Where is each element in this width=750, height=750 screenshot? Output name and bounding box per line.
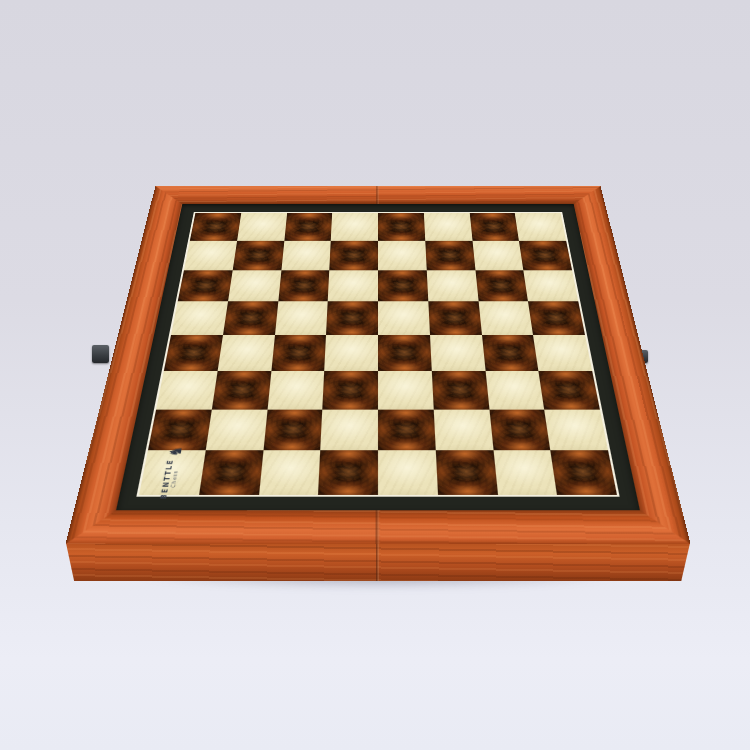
- chess-board: BENTTLE Chess ♞: [65, 186, 690, 544]
- board-front-edge: [66, 543, 690, 581]
- square-r1-c5: [378, 213, 425, 241]
- square-r2-c8: [519, 241, 572, 270]
- square-r3-c7: [475, 270, 528, 301]
- fold-seam-bottom: [376, 510, 380, 544]
- square-r3-c5: [378, 270, 428, 301]
- square-r7-c8: [544, 409, 608, 450]
- square-r1-c2: [237, 213, 287, 241]
- square-r3-c1: [178, 270, 233, 301]
- square-r6-c7: [485, 371, 544, 409]
- square-r4-c4: [326, 301, 378, 335]
- fold-seam-top: [376, 186, 379, 204]
- fold-seam-front: [376, 543, 379, 581]
- square-r5-c2: [217, 335, 274, 371]
- product-photo: BENTTLE Chess ♞: [0, 0, 750, 750]
- playing-surface: BENTTLE Chess ♞: [136, 212, 619, 497]
- square-r4-c5: [378, 301, 430, 335]
- square-r8-c8: [551, 450, 617, 494]
- square-r3-c4: [328, 270, 378, 301]
- square-r3-c3: [278, 270, 330, 301]
- square-r8-c5: [378, 450, 438, 494]
- square-r2-c7: [472, 241, 523, 270]
- square-r7-c7: [489, 409, 551, 450]
- square-r2-c1: [184, 241, 237, 270]
- square-r6-c4: [323, 371, 378, 409]
- square-r1-c1: [190, 213, 241, 241]
- frame-top-rail: [151, 186, 605, 204]
- square-r4-c3: [275, 301, 328, 335]
- square-r4-c7: [478, 301, 533, 335]
- frame-bottom-rail: [65, 510, 690, 544]
- square-r7-c1: [148, 409, 212, 450]
- square-r2-c5: [378, 241, 427, 270]
- square-r6-c3: [267, 371, 324, 409]
- square-r6-c2: [212, 371, 271, 409]
- square-r6-c1: [156, 371, 217, 409]
- square-r7-c5: [378, 409, 436, 450]
- square-r5-c3: [271, 335, 326, 371]
- square-r7-c3: [263, 409, 323, 450]
- square-r2-c3: [281, 241, 331, 270]
- square-r5-c7: [482, 335, 539, 371]
- square-r1-c6: [424, 213, 472, 241]
- square-r1-c8: [515, 213, 566, 241]
- square-r3-c2: [228, 270, 281, 301]
- square-r1-c3: [284, 213, 332, 241]
- square-r8-c1: [139, 450, 205, 494]
- square-r4-c1: [171, 301, 228, 335]
- square-r8-c7: [493, 450, 557, 494]
- square-r2-c4: [329, 241, 378, 270]
- square-r5-c5: [378, 335, 432, 371]
- square-r8-c4: [318, 450, 378, 494]
- square-r7-c6: [433, 409, 493, 450]
- square-r2-c2: [232, 241, 283, 270]
- square-r8-c3: [259, 450, 321, 494]
- square-r5-c4: [324, 335, 378, 371]
- square-r4-c6: [428, 301, 481, 335]
- square-r4-c2: [223, 301, 278, 335]
- square-r2-c6: [425, 241, 475, 270]
- square-r6-c8: [539, 371, 600, 409]
- square-r7-c4: [320, 409, 378, 450]
- square-r8-c2: [199, 450, 263, 494]
- square-r7-c2: [205, 409, 267, 450]
- inner-border-mat: BENTTLE Chess ♞: [116, 204, 640, 510]
- square-r5-c8: [533, 335, 592, 371]
- square-r5-c1: [164, 335, 223, 371]
- square-r6-c5: [378, 371, 433, 409]
- square-r1-c7: [469, 213, 519, 241]
- square-r3-c8: [524, 270, 579, 301]
- square-r3-c6: [427, 270, 479, 301]
- square-r1-c4: [331, 213, 378, 241]
- square-r8-c6: [436, 450, 498, 494]
- left-latch: [92, 345, 109, 363]
- square-r6-c6: [432, 371, 489, 409]
- square-r4-c8: [528, 301, 585, 335]
- square-r5-c6: [430, 335, 485, 371]
- board-grid: [139, 213, 617, 495]
